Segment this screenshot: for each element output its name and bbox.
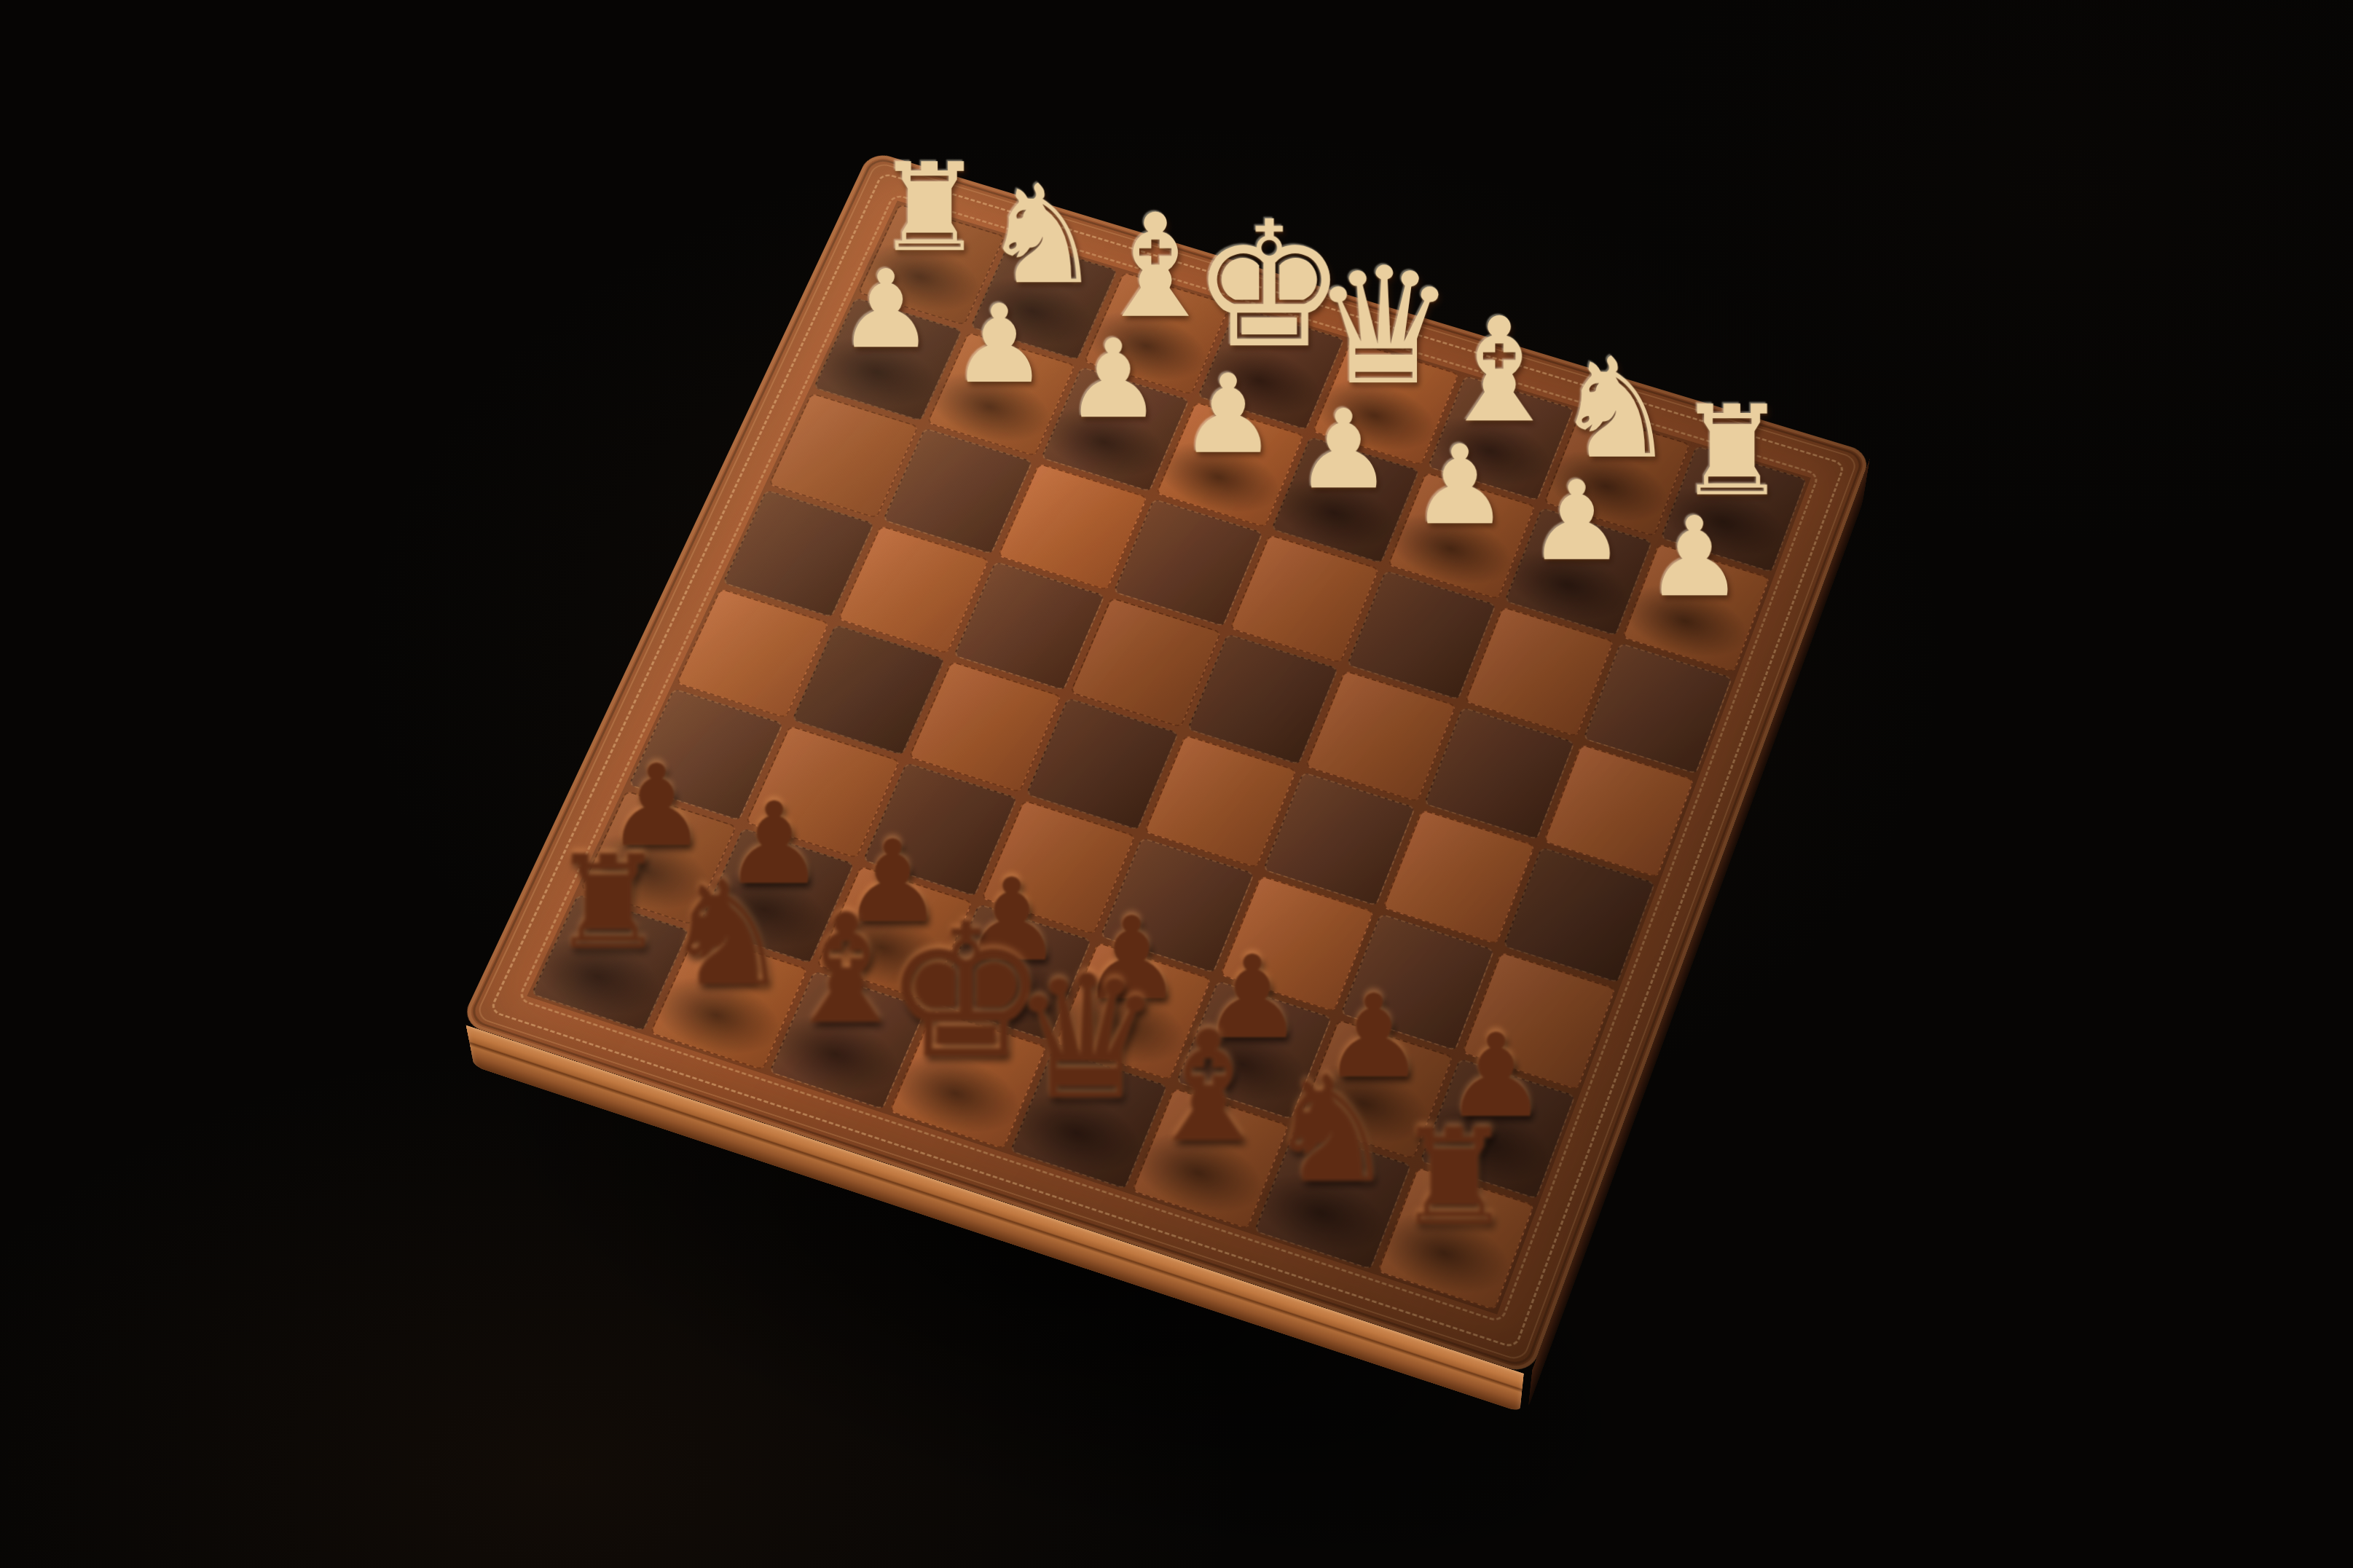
piece-black-rook-a8[interactable]: ♜ xyxy=(1336,1111,1572,1243)
black-cloth-backdrop: ♜♞♝♚♛♝♞♜♟♟♟♟♟♟♟♟♟♟♟♟♟♟♟♟♜♞♝♚♛♝♞♜ xyxy=(0,0,2353,1568)
chess-box: ♜♞♝♚♛♝♞♜♟♟♟♟♟♟♟♟♟♟♟♟♟♟♟♟♜♞♝♚♛♝♞♜ xyxy=(460,150,1872,1375)
piece-white-pawn-a2[interactable]: ♟ xyxy=(1582,502,1806,612)
scene: ♜♞♝♚♛♝♞♜♟♟♟♟♟♟♟♟♟♟♟♟♟♟♟♟♜♞♝♚♛♝♞♜ xyxy=(0,0,2353,1568)
